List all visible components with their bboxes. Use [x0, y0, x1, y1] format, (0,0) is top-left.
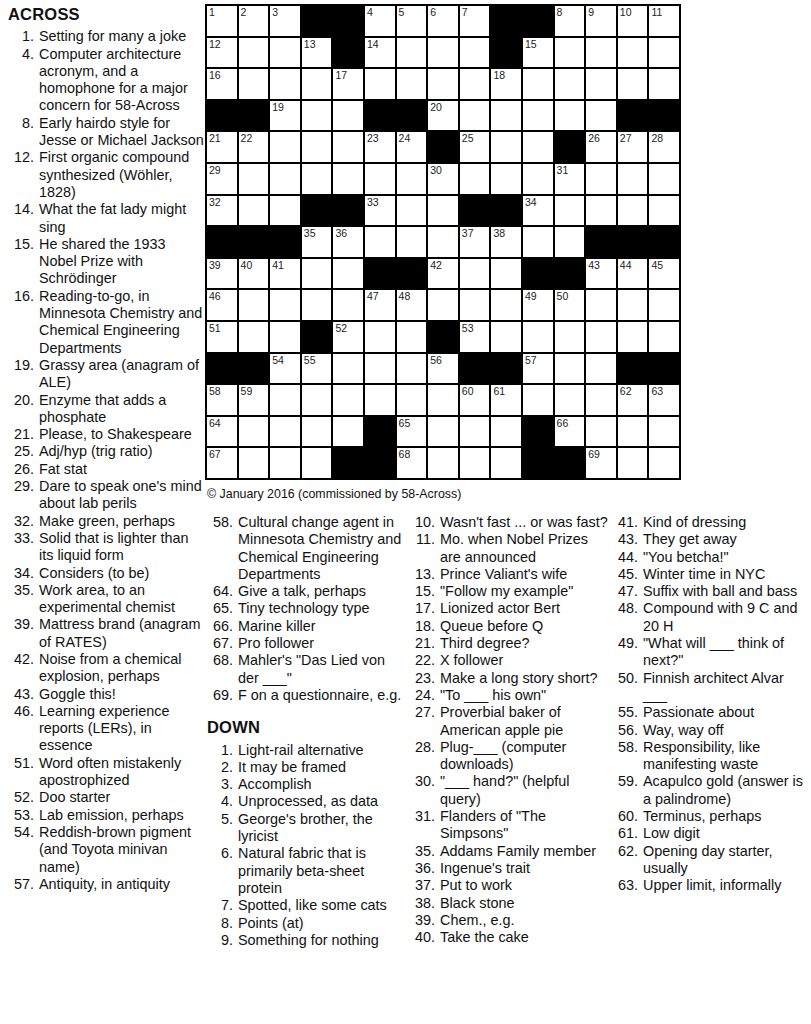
clue-number: 53.: [8, 807, 39, 824]
grid-cell-r4c9[interactable]: [460, 101, 490, 131]
clue-text: Cultural change agent in Minnesota Chemi…: [238, 514, 404, 583]
grid-cell-r1c8[interactable]: 6: [428, 6, 458, 36]
grid-cell-r10c11[interactable]: 49: [523, 290, 553, 320]
grid-cell-r9c4[interactable]: [302, 259, 332, 289]
black-square: [523, 259, 553, 289]
clue-text: Doo starter: [39, 789, 204, 806]
grid-cell-r7c7[interactable]: [397, 196, 427, 226]
across-clue-35: 35.Work area, to an experimental chemist: [8, 582, 204, 617]
down-clue-41: 41.Kind of dressing: [612, 514, 811, 531]
clue-text: Reddish-brown pigment (and Toyota miniva…: [39, 824, 204, 876]
black-square: [302, 196, 332, 226]
grid-cell-r9c14[interactable]: 44: [618, 259, 648, 289]
clue-text: Upper limit, informally: [643, 877, 811, 894]
grid-cell-r2c15[interactable]: [649, 38, 679, 68]
black-square: [491, 196, 521, 226]
black-square: [491, 6, 521, 36]
grid-cell-r13c6[interactable]: [365, 385, 395, 415]
clue-text: Make green, perhaps: [39, 513, 204, 530]
grid-cell-r2c12[interactable]: [555, 38, 585, 68]
grid-cell-r9c13[interactable]: 43: [586, 259, 616, 289]
grid-cell-r11c9[interactable]: 53: [460, 322, 490, 352]
grid-cell-r3c3[interactable]: [270, 69, 300, 99]
clue-number: 24.: [409, 687, 440, 704]
grid-cell-r9c10[interactable]: [491, 259, 521, 289]
grid-cell-r9c3[interactable]: 41: [270, 259, 300, 289]
crossword-page: ACROSS 1.Setting for many a joke4.Comput…: [0, 0, 811, 1024]
across-clue-19: 19.Grassy area (anagram of ALE): [8, 357, 204, 392]
grid-cell-r12c3[interactable]: 54: [270, 354, 300, 384]
grid-cell-r4c10[interactable]: [491, 101, 521, 131]
clue-number: 68.: [207, 652, 238, 687]
grid-cell-r13c5[interactable]: [333, 385, 363, 415]
across-clue-8: 8.Early hairdo style for Jesse or Michae…: [8, 115, 204, 150]
grid-cell-r14c2[interactable]: [239, 417, 269, 447]
grid-cell-r12c8[interactable]: 56: [428, 354, 458, 384]
grid-cell-r7c14[interactable]: [618, 196, 648, 226]
grid-cell-r6c11[interactable]: [523, 164, 553, 194]
cell-number: 9: [588, 6, 594, 18]
grid-cell-r4c4[interactable]: [302, 101, 332, 131]
grid-cell-r13c4[interactable]: [302, 385, 332, 415]
grid-cell-r2c4[interactable]: 13: [302, 38, 332, 68]
clue-text: F on a questionnaire, e.g.: [238, 687, 404, 704]
grid-cell-r8c4[interactable]: 35: [302, 227, 332, 257]
across-header: ACROSS: [8, 6, 204, 23]
grid-cell-r6c4[interactable]: [302, 164, 332, 194]
grid-cell-r11c7[interactable]: [397, 322, 427, 352]
cell-number: 38: [493, 227, 505, 239]
grid-cell-r10c12[interactable]: 50: [555, 290, 585, 320]
grid-cell-r3c1[interactable]: 16: [207, 69, 237, 99]
down-clue-55: 55.Passionate about: [612, 704, 811, 721]
grid-cell-r15c9[interactable]: [460, 448, 490, 478]
grid-cell-r15c13[interactable]: 69: [586, 448, 616, 478]
grid-cell-r13c15[interactable]: 63: [649, 385, 679, 415]
grid-cell-r3c12[interactable]: [555, 69, 585, 99]
grid-cell-r3c5[interactable]: 17: [333, 69, 363, 99]
grid-cell-r3c14[interactable]: [618, 69, 648, 99]
grid-cell-r12c5[interactable]: [333, 354, 363, 384]
grid-cell-r13c10[interactable]: 61: [491, 385, 521, 415]
grid-cell-r10c6[interactable]: 47: [365, 290, 395, 320]
grid-cell-r4c8[interactable]: 20: [428, 101, 458, 131]
down-clue-17: 17.Lionized actor Bert: [409, 600, 610, 617]
grid-cell-r15c14[interactable]: [618, 448, 648, 478]
cell-number: 66: [557, 417, 569, 429]
grid-cell-r2c14[interactable]: [618, 38, 648, 68]
grid-cell-r7c13[interactable]: [586, 196, 616, 226]
clue-text: Opening day starter, usually: [643, 843, 811, 878]
grid-cell-r2c13[interactable]: [586, 38, 616, 68]
grid-cell-r11c1[interactable]: 51: [207, 322, 237, 352]
clue-number: 65.: [207, 600, 238, 617]
clue-number: 57.: [8, 876, 39, 893]
grid-cell-r14c3[interactable]: [270, 417, 300, 447]
grid-cell-r13c9[interactable]: 60: [460, 385, 490, 415]
grid-cell-r8c10[interactable]: 38: [491, 227, 521, 257]
clue-text: Take the cake: [440, 929, 610, 946]
clue-text: They get away: [643, 531, 811, 548]
grid-cell-r11c3[interactable]: [270, 322, 300, 352]
cell-number: 49: [525, 290, 537, 302]
clue-text: "You betcha!": [643, 549, 811, 566]
grid-cell-r5c4[interactable]: [302, 132, 332, 162]
grid-cell-r11c2[interactable]: [239, 322, 269, 352]
grid-cell-r14c5[interactable]: [333, 417, 363, 447]
across-clue-52: 52.Doo starter: [8, 789, 204, 806]
across-clue-66: 66.Marine killer: [207, 618, 404, 635]
clue-number: 58.: [612, 739, 643, 774]
cell-number: 35: [304, 227, 316, 239]
grid-cell-r15c3[interactable]: [270, 448, 300, 478]
clue-number: 58.: [207, 514, 238, 583]
grid-cell-r15c10[interactable]: [491, 448, 521, 478]
cell-number: 46: [209, 290, 221, 302]
grid-cell-r12c12[interactable]: [555, 354, 585, 384]
clue-text: Marine killer: [238, 618, 404, 635]
grid-cell-r15c1[interactable]: 67: [207, 448, 237, 478]
down-clue-58: 58.Responsibility, like manifesting wast…: [612, 739, 811, 774]
grid-cell-r5c15[interactable]: 28: [649, 132, 679, 162]
black-square: [207, 101, 237, 131]
grid-cell-r5c7[interactable]: 24: [397, 132, 427, 162]
cell-number: 45: [651, 259, 663, 271]
clue-number: 15.: [409, 583, 440, 600]
grid-cell-r13c11[interactable]: [523, 385, 553, 415]
grid-cell-r8c12[interactable]: [555, 227, 585, 257]
clue-text: He shared the 1933 Nobel Prize with Schr…: [39, 236, 204, 288]
grid-cell-r3c15[interactable]: [649, 69, 679, 99]
grid-cell-r2c6[interactable]: 14: [365, 38, 395, 68]
grid-cell-r3c8[interactable]: [428, 69, 458, 99]
grid-cell-r11c5[interactable]: 52: [333, 322, 363, 352]
cell-number: 69: [588, 448, 600, 460]
grid-cell-r9c15[interactable]: 45: [649, 259, 679, 289]
grid-cell-r9c9[interactable]: [460, 259, 490, 289]
down-clue-62: 62.Opening day starter, usually: [612, 843, 811, 878]
clue-number: 49.: [612, 635, 643, 670]
grid-cell-r7c6[interactable]: 33: [365, 196, 395, 226]
grid-cell-r9c5[interactable]: [333, 259, 363, 289]
down-clue-11: 11.Mo. when Nobel Prizes are announced: [409, 531, 610, 566]
grid-cell-r15c7[interactable]: 68: [397, 448, 427, 478]
grid-cell-r14c7[interactable]: 65: [397, 417, 427, 447]
grid-cell-r1c1[interactable]: 1: [207, 6, 237, 36]
black-square: [523, 6, 553, 36]
clue-text: Goggle this!: [39, 686, 204, 703]
grid-cell-r10c5[interactable]: [333, 290, 363, 320]
grid-cell-r6c2[interactable]: [239, 164, 269, 194]
clue-text: Computer architecture acronym, and a hom…: [39, 46, 204, 115]
grid-cell-r1c7[interactable]: 5: [397, 6, 427, 36]
grid-cell-r5c9[interactable]: 25: [460, 132, 490, 162]
grid-cell-r12c6[interactable]: [365, 354, 395, 384]
clue-number: 17.: [409, 600, 440, 617]
grid-cell-r3c2[interactable]: [239, 69, 269, 99]
grid-cell-r8c5[interactable]: 36: [333, 227, 363, 257]
cell-number: 33: [367, 196, 379, 208]
grid-cell-r6c5[interactable]: [333, 164, 363, 194]
grid-cell-r10c4[interactable]: [302, 290, 332, 320]
grid-cell-r13c8[interactable]: [428, 385, 458, 415]
down-clue-7: 7.Spotted, like some cats: [207, 897, 404, 914]
grid-cell-r7c2[interactable]: [239, 196, 269, 226]
clue-text: First organic compound synthesized (Wöhl…: [39, 149, 204, 201]
down-header: DOWN: [207, 719, 404, 736]
across-clue-32: 32.Make green, perhaps: [8, 513, 204, 530]
grid-cell-r7c11[interactable]: 34: [523, 196, 553, 226]
grid-cell-r8c9[interactable]: 37: [460, 227, 490, 257]
grid-cell-r1c3[interactable]: 3: [270, 6, 300, 36]
grid-cell-r13c12[interactable]: [555, 385, 585, 415]
grid-cell-r10c10[interactable]: [491, 290, 521, 320]
grid-cell-r12c7[interactable]: [397, 354, 427, 384]
grid-cell-r11c14[interactable]: [618, 322, 648, 352]
grid-cell-r5c11[interactable]: [523, 132, 553, 162]
across-clues-column: ACROSS 1.Setting for many a joke4.Comput…: [8, 6, 204, 893]
grid-cell-r2c2[interactable]: [239, 38, 269, 68]
grid-cell-r10c13[interactable]: [586, 290, 616, 320]
grid-cell-r11c11[interactable]: [523, 322, 553, 352]
grid-cell-r10c9[interactable]: [460, 290, 490, 320]
clue-text: George's brother, the lyricist: [238, 811, 404, 846]
black-square: [302, 6, 332, 36]
clue-number: 9.: [207, 932, 238, 949]
grid-cell-r3c9[interactable]: [460, 69, 490, 99]
grid-cell-r14c14[interactable]: [618, 417, 648, 447]
grid-cell-r6c6[interactable]: [365, 164, 395, 194]
down-clue-38: 38.Black stone: [409, 895, 610, 912]
across-clue-64: 64.Give a talk, perhaps: [207, 583, 404, 600]
black-square: [207, 227, 237, 257]
grid-cell-r14c13[interactable]: [586, 417, 616, 447]
grid-cell-r4c5[interactable]: [333, 101, 363, 131]
cell-number: 27: [620, 132, 632, 144]
clue-number: 1.: [8, 28, 39, 45]
grid-cell-r8c8[interactable]: [428, 227, 458, 257]
grid-cell-r9c1[interactable]: 39: [207, 259, 237, 289]
clue-number: 51.: [8, 755, 39, 790]
grid-cell-r15c2[interactable]: [239, 448, 269, 478]
grid-cell-r13c3[interactable]: [270, 385, 300, 415]
grid-cell-r2c9[interactable]: [460, 38, 490, 68]
cell-number: 12: [209, 38, 221, 50]
black-square: [649, 227, 679, 257]
cell-number: 2: [241, 6, 247, 18]
black-square: [333, 448, 363, 478]
grid-cell-r15c15[interactable]: [649, 448, 679, 478]
clue-number: 60.: [612, 808, 643, 825]
grid-cell-r13c7[interactable]: [397, 385, 427, 415]
grid-cell-r2c11[interactable]: 15: [523, 38, 553, 68]
clue-text: Tiny technology type: [238, 600, 404, 617]
down-clue-list-2: 10.Wasn't fast ... or was fast?11.Mo. wh…: [409, 514, 610, 946]
clue-text: Passionate about: [643, 704, 811, 721]
grid-cell-r7c8[interactable]: [428, 196, 458, 226]
across-clue-25: 25.Adj/hyp (trig ratio): [8, 443, 204, 460]
down-clue-5: 5.George's brother, the lyricist: [207, 811, 404, 846]
grid-cell-r3c10[interactable]: 18: [491, 69, 521, 99]
grid-cell-r6c1[interactable]: 29: [207, 164, 237, 194]
grid-cell-r6c12[interactable]: 31: [555, 164, 585, 194]
grid-cell-r10c14[interactable]: [618, 290, 648, 320]
grid-cell-r13c1[interactable]: 58: [207, 385, 237, 415]
clue-number: 16.: [8, 288, 39, 357]
grid-cell-r7c15[interactable]: [649, 196, 679, 226]
cell-number: 62: [620, 385, 632, 397]
clue-number: 11.: [409, 531, 440, 566]
grid-cell-r3c7[interactable]: [397, 69, 427, 99]
grid-cell-r10c8[interactable]: [428, 290, 458, 320]
grid-cell-r5c5[interactable]: [333, 132, 363, 162]
clue-text: Something for nothing: [238, 932, 404, 949]
grid-cell-r9c8[interactable]: 42: [428, 259, 458, 289]
black-square: [491, 354, 521, 384]
grid-cell-r13c14[interactable]: 62: [618, 385, 648, 415]
grid-cell-r15c8[interactable]: [428, 448, 458, 478]
grid-cell-r4c3[interactable]: 19: [270, 101, 300, 131]
down-clue-13: 13.Prince Valiant's wife: [409, 566, 610, 583]
grid-cell-r6c10[interactable]: [491, 164, 521, 194]
clue-text: Points (at): [238, 915, 404, 932]
grid-cell-r6c7[interactable]: [397, 164, 427, 194]
cell-number: 55: [304, 354, 316, 366]
black-square: [649, 101, 679, 131]
clue-number: 8.: [207, 915, 238, 932]
grid-cell-r6c15[interactable]: [649, 164, 679, 194]
grid-cell-r1c12[interactable]: 8: [555, 6, 585, 36]
grid-cell-r9c2[interactable]: 40: [239, 259, 269, 289]
grid-cell-r10c1[interactable]: 46: [207, 290, 237, 320]
down-clue-44: 44."You betcha!": [612, 549, 811, 566]
grid-cell-r14c12[interactable]: 66: [555, 417, 585, 447]
grid-cell-r8c11[interactable]: [523, 227, 553, 257]
down-clue-35: 35.Addams Family member: [409, 843, 610, 860]
grid-cell-r14c10[interactable]: [491, 417, 521, 447]
grid-cell-r2c3[interactable]: [270, 38, 300, 68]
clue-text: Queue before Q: [440, 618, 610, 635]
clue-text: Unprocessed, as data: [238, 793, 404, 810]
grid-cell-r14c9[interactable]: [460, 417, 490, 447]
clue-number: 13.: [409, 566, 440, 583]
grid-cell-r11c10[interactable]: [491, 322, 521, 352]
grid-cell-r4c13[interactable]: [586, 101, 616, 131]
grid-cell-r12c13[interactable]: [586, 354, 616, 384]
grid-cell-r7c3[interactable]: [270, 196, 300, 226]
grid-cell-r2c7[interactable]: [397, 38, 427, 68]
grid-cell-r5c2[interactable]: 22: [239, 132, 269, 162]
across-clue-68: 68.Mahler's "Das Lied von der ___": [207, 652, 404, 687]
grid-cell-r5c10[interactable]: [491, 132, 521, 162]
grid-cell-r1c15[interactable]: 11: [649, 6, 679, 36]
grid-cell-r6c13[interactable]: [586, 164, 616, 194]
grid-cell-r1c9[interactable]: 7: [460, 6, 490, 36]
grid-cell-r7c1[interactable]: 32: [207, 196, 237, 226]
black-square: [649, 354, 679, 384]
clue-text: "What will ___ think of next?": [643, 635, 811, 670]
across-clue-58: 58.Cultural change agent in Minnesota Ch…: [207, 514, 404, 583]
cell-number: 31: [557, 164, 569, 176]
clues-column-3: 10.Wasn't fast ... or was fast?11.Mo. wh…: [409, 514, 610, 946]
grid-cell-r14c8[interactable]: [428, 417, 458, 447]
grid-cell-r13c13[interactable]: [586, 385, 616, 415]
grid-cell-r11c12[interactable]: [555, 322, 585, 352]
grid-cell-r2c8[interactable]: [428, 38, 458, 68]
cell-number: 41: [272, 259, 284, 271]
clue-number: 3.: [207, 776, 238, 793]
grid-cell-r4c12[interactable]: [555, 101, 585, 131]
grid-cell-r14c1[interactable]: 64: [207, 417, 237, 447]
clue-number: 55.: [612, 704, 643, 721]
cell-number: 56: [430, 354, 442, 366]
grid-cell-r5c6[interactable]: 23: [365, 132, 395, 162]
grid-cell-r5c1[interactable]: 21: [207, 132, 237, 162]
grid-cell-r8c7[interactable]: [397, 227, 427, 257]
cell-number: 36: [335, 227, 347, 239]
grid-cell-r5c13[interactable]: 26: [586, 132, 616, 162]
grid-cell-r6c8[interactable]: 30: [428, 164, 458, 194]
grid-cell-r13c2[interactable]: 59: [239, 385, 269, 415]
grid-cell-r3c4[interactable]: [302, 69, 332, 99]
clue-number: 21.: [8, 426, 39, 443]
grid-cell-r7c12[interactable]: [555, 196, 585, 226]
grid-cell-r10c3[interactable]: [270, 290, 300, 320]
grid-cell-r10c7[interactable]: 48: [397, 290, 427, 320]
clue-number: 33.: [8, 530, 39, 565]
down-clue-49: 49."What will ___ think of next?": [612, 635, 811, 670]
grid-cell-r2c1[interactable]: 12: [207, 38, 237, 68]
grid-cell-r6c14[interactable]: [618, 164, 648, 194]
clue-number: 67.: [207, 635, 238, 652]
black-square: [207, 354, 237, 384]
grid-cell-r3c11[interactable]: [523, 69, 553, 99]
grid-cell-r4c11[interactable]: [523, 101, 553, 131]
grid-cell-r5c3[interactable]: [270, 132, 300, 162]
grid-cell-r14c4[interactable]: [302, 417, 332, 447]
clue-number: 31.: [409, 808, 440, 843]
grid-cell-r6c3[interactable]: [270, 164, 300, 194]
grid-cell-r12c4[interactable]: 55: [302, 354, 332, 384]
grid-cell-r11c6[interactable]: [365, 322, 395, 352]
grid-cell-r6c9[interactable]: [460, 164, 490, 194]
clue-number: 29.: [8, 478, 39, 513]
down-clue-30: 30."___ hand?" (helpful query): [409, 773, 610, 808]
grid-cell-r3c6[interactable]: [365, 69, 395, 99]
grid-cell-r11c15[interactable]: [649, 322, 679, 352]
grid-cell-r8c6[interactable]: [365, 227, 395, 257]
grid-cell-r14c15[interactable]: [649, 417, 679, 447]
clue-number: 61.: [612, 825, 643, 842]
cell-number: 10: [620, 6, 632, 18]
grid-cell-r1c14[interactable]: 10: [618, 6, 648, 36]
grid-cell-r10c2[interactable]: [239, 290, 269, 320]
grid-cell-r15c4[interactable]: [302, 448, 332, 478]
grid-cell-r12c11[interactable]: 57: [523, 354, 553, 384]
grid-cell-r1c6[interactable]: 4: [365, 6, 395, 36]
grid-cell-r10c15[interactable]: [649, 290, 679, 320]
grid-cell-r3c13[interactable]: [586, 69, 616, 99]
grid-cell-r1c13[interactable]: 9: [586, 6, 616, 36]
across-clue-42: 42.Noise from a chemical explosion, perh…: [8, 651, 204, 686]
cell-number: 67: [209, 448, 221, 460]
clue-number: 46.: [8, 703, 39, 755]
grid-cell-r5c14[interactable]: 27: [618, 132, 648, 162]
cell-number: 1: [209, 6, 215, 18]
down-clue-24: 24."To ___ his own": [409, 687, 610, 704]
grid-cell-r11c13[interactable]: [586, 322, 616, 352]
grid-cell-r1c2[interactable]: 2: [239, 6, 269, 36]
